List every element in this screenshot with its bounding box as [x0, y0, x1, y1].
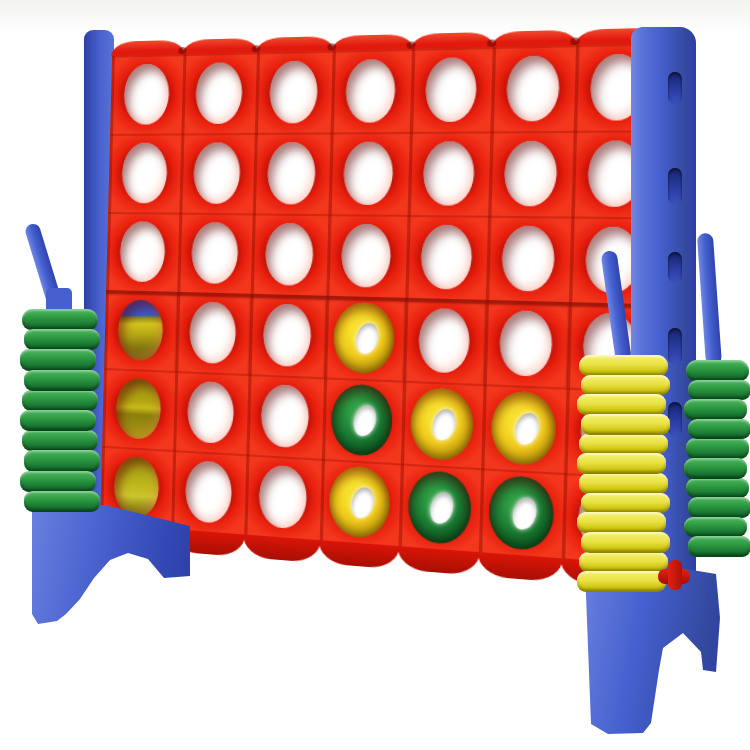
hole — [259, 464, 308, 529]
board-grid — [100, 43, 662, 565]
yellow-ring — [577, 453, 666, 474]
hole — [501, 226, 555, 292]
cell-r1c1 — [110, 54, 183, 134]
green-ring — [22, 390, 98, 411]
hole — [346, 59, 397, 123]
yellow-ring — [577, 512, 666, 533]
ring-storage-stick-right-rear — [697, 233, 722, 366]
yellow-ring — [581, 532, 670, 553]
cell-r3c5 — [405, 215, 488, 300]
post-slot — [668, 402, 682, 436]
cell-r4c6 — [483, 300, 569, 388]
cell-r2c4 — [329, 132, 409, 215]
yellow-ring — [581, 493, 670, 514]
cell-r2c3 — [253, 132, 331, 214]
hole — [191, 222, 238, 284]
green-ring — [684, 458, 747, 479]
hole — [425, 57, 477, 122]
hole — [267, 142, 316, 205]
cell-r5c5 — [400, 381, 483, 468]
hole — [422, 141, 474, 206]
green-ring — [688, 536, 750, 557]
green-ring — [684, 517, 747, 538]
cell-r5c1 — [102, 368, 175, 450]
hole — [503, 141, 557, 207]
post-slot — [668, 328, 682, 364]
green-ring — [688, 380, 750, 401]
cell-r2c6 — [488, 131, 574, 217]
green-ring-stack-right — [686, 361, 749, 557]
hole — [122, 143, 168, 204]
hole — [263, 303, 312, 367]
hole — [418, 308, 470, 374]
hole — [195, 62, 243, 124]
hole — [499, 310, 553, 377]
cell-r1c3 — [255, 51, 333, 133]
cell-r1c6 — [490, 45, 576, 131]
hole — [120, 221, 166, 282]
hole — [269, 60, 318, 123]
cell-r6c4 — [320, 459, 400, 546]
hole — [193, 142, 241, 204]
cell-r5c6 — [481, 384, 566, 473]
green-disc — [331, 383, 393, 457]
green-ring — [22, 309, 98, 330]
green-ring — [24, 370, 100, 391]
cell-r3c2 — [177, 213, 253, 294]
green-ring — [20, 471, 96, 492]
yellow-ring — [577, 571, 666, 592]
cell-r5c2 — [173, 371, 248, 454]
yellow-ring — [581, 414, 670, 435]
cell-r3c4 — [327, 214, 407, 298]
hole — [261, 384, 310, 449]
cell-r6c5 — [398, 463, 481, 552]
cell-r5c4 — [322, 377, 402, 463]
yellow-disc — [333, 302, 396, 375]
hole — [265, 223, 314, 286]
hole — [420, 225, 472, 290]
green-ring — [686, 360, 749, 381]
yellow-disc — [329, 465, 391, 540]
yellow-ring — [579, 473, 668, 494]
post-slot — [668, 168, 682, 204]
yellow-ring — [581, 375, 670, 396]
green-ring — [688, 419, 750, 440]
hole — [341, 224, 391, 288]
cell-r1c2 — [182, 52, 258, 133]
cell-r4c4 — [324, 296, 404, 381]
yellow-ring — [579, 355, 668, 376]
yellow-disc — [490, 390, 557, 466]
cell-r5c3 — [247, 374, 325, 459]
hole-see-through-to-yellow-stack — [116, 378, 162, 441]
cell-r6c3 — [245, 454, 323, 540]
hole — [185, 460, 232, 524]
hole — [124, 64, 170, 125]
cell-r2c1 — [108, 133, 181, 212]
yellow-ring — [579, 552, 668, 573]
green-ring — [24, 491, 100, 512]
cell-r3c1 — [106, 212, 179, 292]
green-ring — [24, 329, 100, 350]
post-slot — [668, 252, 682, 282]
green-ring — [686, 438, 749, 459]
green-ring — [24, 450, 100, 471]
hole — [187, 381, 234, 445]
post-slot — [668, 72, 682, 104]
green-ring — [20, 410, 96, 431]
cell-r4c2 — [175, 292, 251, 374]
cell-r4c3 — [249, 294, 327, 378]
cell-r2c2 — [179, 133, 255, 213]
cell-r2c5 — [407, 131, 490, 215]
green-disc — [407, 470, 471, 546]
cell-r1c4 — [331, 49, 412, 133]
hole — [344, 142, 395, 206]
cell-r3c6 — [485, 216, 571, 302]
cell-r4c5 — [403, 298, 486, 384]
hole — [189, 301, 236, 364]
cell-r4c1 — [104, 290, 177, 371]
cell-r1c5 — [409, 47, 492, 132]
yellow-ring — [579, 434, 668, 455]
green-disc — [488, 475, 554, 552]
green-ring — [20, 349, 96, 370]
cell-r6c6 — [478, 468, 563, 558]
red-wing-nut — [658, 560, 692, 592]
hole-see-through-to-yellow-stack — [118, 299, 164, 361]
yellow-ring — [577, 394, 666, 415]
cell-r6c2 — [171, 450, 246, 534]
green-ring-stack-left — [22, 310, 98, 512]
green-ring — [686, 478, 749, 499]
yellow-ring-stack-right — [579, 356, 668, 592]
green-ring — [688, 497, 750, 518]
green-ring — [22, 430, 98, 451]
product-photo-connect-four — [0, 0, 750, 750]
hole — [506, 55, 560, 121]
wing-nut-stem — [668, 560, 682, 590]
cell-r3c3 — [251, 213, 329, 295]
yellow-disc — [409, 387, 473, 462]
green-ring — [684, 399, 747, 420]
